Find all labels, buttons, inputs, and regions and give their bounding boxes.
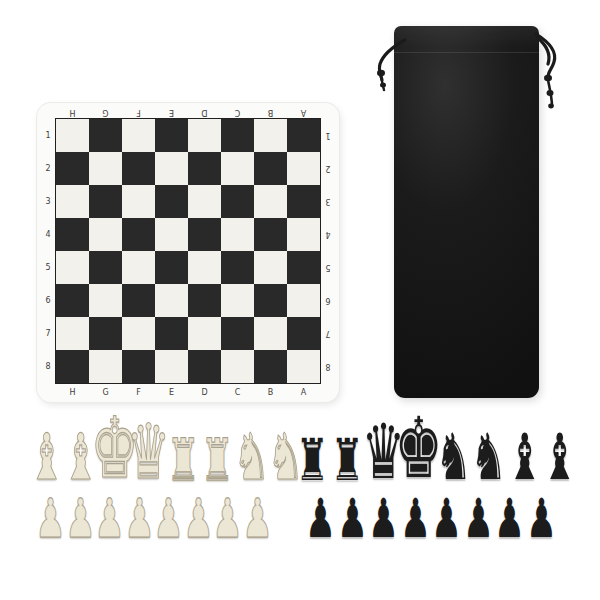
- square-h8: [56, 350, 89, 383]
- square-e5: [155, 251, 188, 284]
- square-b6: [254, 284, 287, 317]
- white-pawn-row: ♟♟♟♟♟♟♟♟: [36, 503, 272, 544]
- square-g1: [89, 119, 122, 152]
- file-label-g: G: [89, 105, 122, 119]
- file-label-f: F: [122, 105, 155, 119]
- square-b7: [254, 317, 287, 350]
- drawstring-left-knot: [377, 70, 385, 76]
- rank-label-3: 3: [322, 185, 334, 218]
- rank-label-1: 1: [322, 119, 334, 152]
- square-h7: [56, 317, 89, 350]
- square-h6: [56, 284, 89, 317]
- black-pawn-row: ♟♟♟♟♟♟♟♟: [306, 501, 556, 544]
- black-queen: ♛: [373, 407, 394, 487]
- black-pawn: ♟: [374, 501, 393, 544]
- rank-label-3: 3: [42, 185, 54, 218]
- square-g4: [89, 218, 122, 251]
- black-pawn: ♟: [406, 501, 425, 544]
- square-d8: [188, 350, 221, 383]
- square-e2: [155, 152, 188, 185]
- square-c7: [221, 317, 254, 350]
- square-a3: [287, 185, 320, 218]
- square-g6: [89, 284, 122, 317]
- square-e8: [155, 350, 188, 383]
- square-c1: [221, 119, 254, 152]
- file-label-h: H: [56, 386, 89, 400]
- file-label-d: D: [188, 105, 221, 119]
- black-rook: ♜: [302, 407, 323, 487]
- square-a6: [287, 284, 320, 317]
- white-pawn: ♟: [159, 503, 178, 544]
- black-knight: ♞: [443, 407, 464, 487]
- square-a8: [287, 350, 320, 383]
- white-rook: ♜: [207, 413, 228, 487]
- square-g2: [89, 152, 122, 185]
- square-h4: [56, 218, 89, 251]
- square-c4: [221, 218, 254, 251]
- white-knight: ♞: [241, 413, 262, 487]
- black-bishop: ♝: [514, 407, 535, 487]
- square-f6: [122, 284, 155, 317]
- file-label-g: G: [89, 386, 122, 400]
- square-a2: [287, 152, 320, 185]
- square-f7: [122, 317, 155, 350]
- square-f5: [122, 251, 155, 284]
- bag-hem: [394, 26, 539, 53]
- square-h2: [56, 152, 89, 185]
- black-pawn: ♟: [469, 501, 488, 544]
- black-pawn: ♟: [311, 501, 330, 544]
- black-knight: ♞: [478, 407, 499, 487]
- square-c2: [221, 152, 254, 185]
- black-back-rank-row: ♜♜♛♚♞♞♝♝: [296, 407, 576, 487]
- square-e7: [155, 317, 188, 350]
- file-label-h: H: [56, 105, 89, 119]
- square-d3: [188, 185, 221, 218]
- file-label-c: C: [221, 105, 254, 119]
- rank-label-2: 2: [322, 152, 334, 185]
- square-a7: [287, 317, 320, 350]
- black-bishop: ♝: [549, 407, 570, 487]
- square-b2: [254, 152, 287, 185]
- square-g8: [89, 350, 122, 383]
- square-h1: [56, 119, 89, 152]
- square-h5: [56, 251, 89, 284]
- square-d2: [188, 152, 221, 185]
- black-pawn: ♟: [532, 501, 551, 544]
- file-label-f: F: [122, 386, 155, 400]
- square-e6: [155, 284, 188, 317]
- storage-bag: [394, 26, 539, 398]
- square-b4: [254, 218, 287, 251]
- file-labels-top: HGFEDCBA: [56, 105, 320, 119]
- square-f4: [122, 218, 155, 251]
- square-g3: [89, 185, 122, 218]
- square-h3: [56, 185, 89, 218]
- rank-label-4: 4: [322, 218, 334, 251]
- file-label-d: D: [188, 386, 221, 400]
- file-label-a: A: [287, 105, 320, 119]
- white-pawn: ♟: [130, 503, 149, 544]
- square-b5: [254, 251, 287, 284]
- file-labels-bottom: HGFEDCBA: [56, 386, 320, 400]
- rank-label-7: 7: [42, 317, 54, 350]
- square-a1: [287, 119, 320, 152]
- rank-label-7: 7: [322, 317, 334, 350]
- black-king: ♚: [408, 407, 429, 487]
- rank-label-2: 2: [42, 152, 54, 185]
- square-d4: [188, 218, 221, 251]
- white-king: ♚: [104, 413, 125, 487]
- rank-labels-right: 12345678: [322, 119, 334, 383]
- white-pawn: ♟: [41, 503, 60, 544]
- black-pawn: ♟: [501, 501, 520, 544]
- square-f8: [122, 350, 155, 383]
- rank-label-6: 6: [322, 284, 334, 317]
- white-bishop: ♝: [70, 413, 91, 487]
- rank-label-6: 6: [42, 284, 54, 317]
- square-f1: [122, 119, 155, 152]
- chess-board-grid: [56, 119, 320, 383]
- square-e3: [155, 185, 188, 218]
- file-label-e: E: [155, 386, 188, 400]
- white-knight: ♞: [275, 413, 296, 487]
- white-pawn: ♟: [219, 503, 238, 544]
- square-c3: [221, 185, 254, 218]
- square-b1: [254, 119, 287, 152]
- square-e4: [155, 218, 188, 251]
- square-f2: [122, 152, 155, 185]
- white-pawn: ♟: [248, 503, 267, 544]
- square-g7: [89, 317, 122, 350]
- white-back-rank-row: ♝♝♚♛♜♜♞♞: [30, 413, 302, 487]
- square-d5: [188, 251, 221, 284]
- product-photo: HGFEDCBA 12345678 12345678 HGFEDCBA ♝♝♚♛…: [0, 0, 600, 600]
- chess-board-mat: HGFEDCBA 12345678 12345678 HGFEDCBA: [37, 103, 339, 402]
- square-c8: [221, 350, 254, 383]
- drawstring-right-knot: [544, 75, 552, 81]
- rank-label-5: 5: [322, 251, 334, 284]
- square-g5: [89, 251, 122, 284]
- square-c5: [221, 251, 254, 284]
- square-d1: [188, 119, 221, 152]
- white-pawn: ♟: [100, 503, 119, 544]
- square-f3: [122, 185, 155, 218]
- file-label-c: C: [221, 386, 254, 400]
- drawstring-right-tip: [548, 104, 554, 109]
- square-b8: [254, 350, 287, 383]
- rank-label-8: 8: [322, 350, 334, 383]
- square-a5: [287, 251, 320, 284]
- black-pawn: ♟: [343, 501, 362, 544]
- file-label-b: B: [254, 105, 287, 119]
- file-label-b: B: [254, 386, 287, 400]
- white-queen: ♛: [138, 413, 159, 487]
- rank-label-4: 4: [42, 218, 54, 251]
- rank-label-8: 8: [42, 350, 54, 383]
- drawstring-left-tip: [380, 83, 386, 88]
- white-bishop: ♝: [36, 413, 57, 487]
- square-a4: [287, 218, 320, 251]
- white-rook: ♜: [173, 413, 194, 487]
- file-label-a: A: [287, 386, 320, 400]
- white-pawn: ♟: [71, 503, 90, 544]
- square-e1: [155, 119, 188, 152]
- square-d7: [188, 317, 221, 350]
- rank-label-5: 5: [42, 251, 54, 284]
- square-c6: [221, 284, 254, 317]
- square-d6: [188, 284, 221, 317]
- drawstring-right-knot2: [547, 90, 554, 96]
- file-label-e: E: [155, 105, 188, 119]
- rank-label-1: 1: [42, 119, 54, 152]
- rank-labels-left: 12345678: [42, 119, 54, 383]
- black-pawn: ♟: [437, 501, 456, 544]
- square-b3: [254, 185, 287, 218]
- black-rook: ♜: [337, 407, 358, 487]
- white-pawn: ♟: [189, 503, 208, 544]
